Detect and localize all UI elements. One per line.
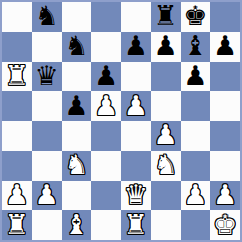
square-e7[interactable]: ♟: [121, 32, 151, 62]
square-f4[interactable]: ♟: [151, 121, 181, 151]
square-f5[interactable]: [151, 91, 181, 121]
black-pawn-piece[interactable]: ♟: [124, 32, 148, 59]
black-rook-piece[interactable]: ♜: [154, 2, 178, 29]
square-e1[interactable]: ♜: [121, 210, 151, 240]
square-h8[interactable]: [210, 2, 240, 32]
square-b8[interactable]: ♞: [32, 2, 62, 32]
white-rook-piece[interactable]: ♜: [5, 62, 29, 89]
square-f1[interactable]: [151, 210, 181, 240]
square-h1[interactable]: ♚: [210, 210, 240, 240]
square-a2[interactable]: ♟: [2, 181, 32, 211]
square-a8[interactable]: [2, 2, 32, 32]
black-pawn-piece[interactable]: ♟: [183, 62, 207, 89]
square-a1[interactable]: ♜: [2, 210, 32, 240]
white-pawn-piece[interactable]: ♟: [124, 92, 148, 119]
square-b1[interactable]: [32, 210, 62, 240]
square-e5[interactable]: ♟: [121, 91, 151, 121]
square-h4[interactable]: [210, 121, 240, 151]
white-pawn-piece[interactable]: ♟: [94, 92, 118, 119]
black-king-piece[interactable]: ♚: [183, 2, 207, 29]
square-d8[interactable]: [91, 2, 121, 32]
square-d6[interactable]: ♟: [91, 62, 121, 92]
square-g5[interactable]: [181, 91, 211, 121]
square-e8[interactable]: [121, 2, 151, 32]
white-rook-piece[interactable]: ♜: [124, 211, 148, 238]
square-c5[interactable]: ♟: [62, 91, 92, 121]
square-a6[interactable]: ♜: [2, 62, 32, 92]
square-c6[interactable]: [62, 62, 92, 92]
square-d4[interactable]: [91, 121, 121, 151]
square-b5[interactable]: [32, 91, 62, 121]
white-queen-piece[interactable]: ♛: [124, 181, 148, 208]
black-pawn-piece[interactable]: ♟: [94, 62, 118, 89]
black-queen-piece[interactable]: ♛: [35, 62, 59, 89]
black-pawn-piece[interactable]: ♟: [213, 32, 237, 59]
square-a5[interactable]: [2, 91, 32, 121]
white-rook-piece[interactable]: ♜: [5, 211, 29, 238]
chess-app: ♞♜♚♞♟♟♝♟♜♛♟♟♟♟♟♟♞♞♟♟♛♟♟♜♝♜♚: [0, 0, 242, 242]
square-f7[interactable]: ♟: [151, 32, 181, 62]
square-e4[interactable]: [121, 121, 151, 151]
square-d3[interactable]: [91, 151, 121, 181]
square-c3[interactable]: ♞: [62, 151, 92, 181]
square-a4[interactable]: [2, 121, 32, 151]
square-e2[interactable]: ♛: [121, 181, 151, 211]
square-b2[interactable]: ♟: [32, 181, 62, 211]
square-g1[interactable]: [181, 210, 211, 240]
square-h2[interactable]: ♟: [210, 181, 240, 211]
square-d2[interactable]: [91, 181, 121, 211]
square-b6[interactable]: ♛: [32, 62, 62, 92]
square-g6[interactable]: ♟: [181, 62, 211, 92]
square-d5[interactable]: ♟: [91, 91, 121, 121]
black-bishop-piece[interactable]: ♝: [183, 32, 207, 59]
square-b4[interactable]: [32, 121, 62, 151]
square-d1[interactable]: [91, 210, 121, 240]
black-pawn-piece[interactable]: ♟: [154, 32, 178, 59]
square-b3[interactable]: [32, 151, 62, 181]
square-c1[interactable]: ♝: [62, 210, 92, 240]
white-king-piece[interactable]: ♚: [213, 211, 237, 238]
white-pawn-piece[interactable]: ♟: [154, 121, 178, 148]
white-knight-piece[interactable]: ♞: [64, 151, 88, 178]
square-c7[interactable]: ♞: [62, 32, 92, 62]
square-c8[interactable]: [62, 2, 92, 32]
square-f3[interactable]: ♞: [151, 151, 181, 181]
square-g4[interactable]: [181, 121, 211, 151]
square-a7[interactable]: [2, 32, 32, 62]
white-knight-piece[interactable]: ♞: [154, 151, 178, 178]
square-e3[interactable]: [121, 151, 151, 181]
white-pawn-piece[interactable]: ♟: [183, 181, 207, 208]
square-f6[interactable]: [151, 62, 181, 92]
square-h3[interactable]: [210, 151, 240, 181]
square-g7[interactable]: ♝: [181, 32, 211, 62]
white-pawn-piece[interactable]: ♟: [213, 181, 237, 208]
square-g2[interactable]: ♟: [181, 181, 211, 211]
square-b7[interactable]: [32, 32, 62, 62]
square-g3[interactable]: [181, 151, 211, 181]
square-h5[interactable]: [210, 91, 240, 121]
square-f8[interactable]: ♜: [151, 2, 181, 32]
square-f2[interactable]: [151, 181, 181, 211]
white-pawn-piece[interactable]: ♟: [35, 181, 59, 208]
square-c2[interactable]: [62, 181, 92, 211]
square-h7[interactable]: ♟: [210, 32, 240, 62]
square-h6[interactable]: [210, 62, 240, 92]
square-e6[interactable]: [121, 62, 151, 92]
black-pawn-piece[interactable]: ♟: [64, 92, 88, 119]
white-bishop-piece[interactable]: ♝: [64, 211, 88, 238]
square-a3[interactable]: [2, 151, 32, 181]
square-d7[interactable]: [91, 32, 121, 62]
chess-board: ♞♜♚♞♟♟♝♟♜♛♟♟♟♟♟♟♞♞♟♟♛♟♟♜♝♜♚: [0, 0, 242, 242]
black-knight-piece[interactable]: ♞: [64, 32, 88, 59]
black-knight-piece[interactable]: ♞: [35, 2, 59, 29]
square-g8[interactable]: ♚: [181, 2, 211, 32]
white-pawn-piece[interactable]: ♟: [5, 181, 29, 208]
square-c4[interactable]: [62, 121, 92, 151]
